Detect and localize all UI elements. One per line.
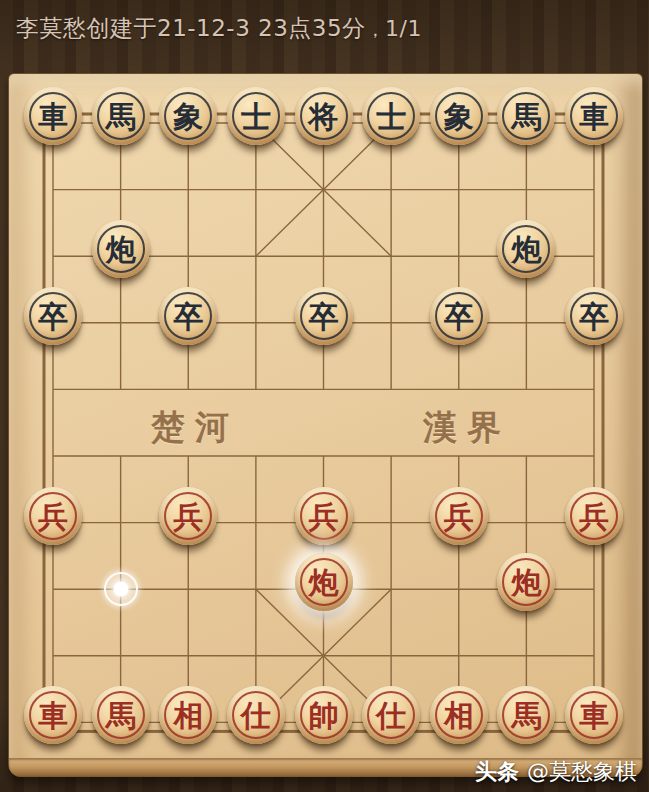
piece-red-general[interactable]: 帥 <box>295 686 353 744</box>
piece-glyph: 兵 <box>38 502 68 532</box>
piece-glyph: 炮 <box>106 235 136 265</box>
piece-glyph: 炮 <box>511 568 541 598</box>
piece-red-soldier[interactable]: 兵 <box>295 487 353 545</box>
screenshot-root: 李莫愁创建于21-12-3 23点35分，1/1 楚河 漢界 車馬象士将士象馬車… <box>0 0 649 792</box>
piece-glyph: 象 <box>444 102 474 132</box>
piece-glyph: 車 <box>38 102 68 132</box>
piece-glyph: 相 <box>173 701 203 731</box>
piece-red-rook[interactable]: 車 <box>24 686 82 744</box>
piece-red-soldier[interactable]: 兵 <box>565 487 623 545</box>
piece-red-elephant[interactable]: 相 <box>430 686 488 744</box>
piece-glyph: 仕 <box>376 701 406 731</box>
header: 李莫愁创建于21-12-3 23点35分，1/1 <box>16 13 639 44</box>
piece-black-soldier[interactable]: 卒 <box>565 287 623 345</box>
piece-black-horse[interactable]: 馬 <box>92 87 150 145</box>
piece-black-cannon[interactable]: 炮 <box>92 220 150 278</box>
river-label-left: 楚河 <box>151 405 239 451</box>
piece-red-cannon[interactable]: 炮 <box>295 553 353 611</box>
piece-black-soldier[interactable]: 卒 <box>24 287 82 345</box>
piece-glyph: 兵 <box>173 502 203 532</box>
xiangqi-board[interactable]: 楚河 漢界 車馬象士将士象馬車炮炮卒卒卒卒卒兵兵兵兵兵炮炮車馬相仕帥仕相馬車 <box>8 73 643 777</box>
piece-glyph: 仕 <box>241 701 271 731</box>
watermark-brand: 头条 <box>475 759 519 784</box>
piece-black-elephant[interactable]: 象 <box>430 87 488 145</box>
piece-glyph: 士 <box>376 102 406 132</box>
watermark: 头条@莫愁象棋 <box>475 757 637 787</box>
piece-glyph: 将 <box>309 102 339 132</box>
piece-glyph: 馬 <box>106 102 136 132</box>
piece-glyph: 兵 <box>444 502 474 532</box>
piece-black-horse[interactable]: 馬 <box>497 87 555 145</box>
piece-glyph: 兵 <box>309 502 339 532</box>
piece-glyph: 馬 <box>511 102 541 132</box>
board-grid <box>9 74 642 757</box>
piece-black-rook[interactable]: 車 <box>24 87 82 145</box>
piece-glyph: 卒 <box>38 302 68 332</box>
piece-glyph: 卒 <box>579 302 609 332</box>
page-indicator: 1/1 <box>385 16 422 41</box>
piece-black-general[interactable]: 将 <box>295 87 353 145</box>
piece-glyph: 卒 <box>173 302 203 332</box>
piece-red-soldier[interactable]: 兵 <box>430 487 488 545</box>
piece-red-soldier[interactable]: 兵 <box>24 487 82 545</box>
header-created-text: 李莫愁创建于21-12-3 23点35分 <box>16 15 366 41</box>
watermark-handle: @莫愁象棋 <box>527 759 637 784</box>
piece-glyph: 士 <box>241 102 271 132</box>
piece-glyph: 相 <box>444 701 474 731</box>
piece-glyph: 車 <box>38 701 68 731</box>
piece-glyph: 馬 <box>106 701 136 731</box>
header-separator: ， <box>366 18 386 40</box>
piece-glyph: 炮 <box>511 235 541 265</box>
origin-glow-dot <box>113 582 128 597</box>
piece-black-soldier[interactable]: 卒 <box>430 287 488 345</box>
piece-glyph: 帥 <box>309 701 339 731</box>
piece-black-rook[interactable]: 車 <box>565 87 623 145</box>
piece-glyph: 兵 <box>579 502 609 532</box>
piece-glyph: 卒 <box>444 302 474 332</box>
piece-black-soldier[interactable]: 卒 <box>295 287 353 345</box>
piece-black-advisor[interactable]: 士 <box>227 87 285 145</box>
piece-black-soldier[interactable]: 卒 <box>159 287 217 345</box>
piece-red-advisor[interactable]: 仕 <box>227 686 285 744</box>
piece-glyph: 車 <box>579 701 609 731</box>
river-label-right: 漢界 <box>423 405 511 451</box>
piece-red-rook[interactable]: 車 <box>565 686 623 744</box>
piece-glyph: 炮 <box>309 568 339 598</box>
piece-glyph: 卒 <box>309 302 339 332</box>
piece-glyph: 象 <box>173 102 203 132</box>
last-move-origin-marker <box>104 572 138 606</box>
piece-red-horse[interactable]: 馬 <box>92 686 150 744</box>
piece-glyph: 車 <box>579 102 609 132</box>
piece-black-advisor[interactable]: 士 <box>362 87 420 145</box>
piece-black-elephant[interactable]: 象 <box>159 87 217 145</box>
piece-glyph: 馬 <box>511 701 541 731</box>
piece-red-soldier[interactable]: 兵 <box>159 487 217 545</box>
